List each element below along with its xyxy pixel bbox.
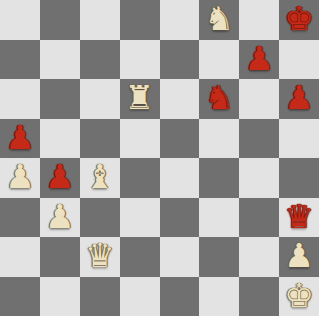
square-g2[interactable]	[239, 237, 279, 277]
square-g5[interactable]	[239, 119, 279, 159]
square-a3[interactable]	[0, 198, 40, 238]
square-d8[interactable]	[120, 0, 160, 40]
square-a7[interactable]	[0, 40, 40, 80]
square-e8[interactable]	[160, 0, 200, 40]
square-f5[interactable]	[199, 119, 239, 159]
square-c5[interactable]	[80, 119, 120, 159]
square-b3[interactable]: ♟	[40, 198, 80, 238]
square-g1[interactable]	[239, 277, 279, 316]
square-b1[interactable]	[40, 277, 80, 316]
square-e5[interactable]	[160, 119, 200, 159]
chess-board: ♞♚♟♜♞♟♟♟♟♝♟♛♛♟♚	[0, 0, 319, 316]
square-c4[interactable]: ♝	[80, 158, 120, 198]
square-c2[interactable]: ♛	[80, 237, 120, 277]
square-c3[interactable]	[80, 198, 120, 238]
square-c6[interactable]	[80, 79, 120, 119]
white-knight[interactable]: ♞	[205, 2, 235, 35]
red-king[interactable]: ♚	[284, 2, 314, 35]
chess-board-container: ♞♚♟♜♞♟♟♟♟♝♟♛♛♟♚	[0, 0, 319, 316]
square-a2[interactable]	[0, 237, 40, 277]
square-e6[interactable]	[160, 79, 200, 119]
square-f3[interactable]	[199, 198, 239, 238]
square-d1[interactable]	[120, 277, 160, 316]
white-king[interactable]: ♚	[284, 279, 314, 312]
square-h1[interactable]: ♚	[279, 277, 319, 316]
square-d6[interactable]: ♜	[120, 79, 160, 119]
red-pawn[interactable]: ♟	[45, 160, 75, 193]
square-g3[interactable]	[239, 198, 279, 238]
square-d2[interactable]	[120, 237, 160, 277]
square-h5[interactable]	[279, 119, 319, 159]
square-g6[interactable]	[239, 79, 279, 119]
white-pawn[interactable]: ♟	[45, 200, 75, 233]
square-a4[interactable]: ♟	[0, 158, 40, 198]
square-h2[interactable]: ♟	[279, 237, 319, 277]
square-f2[interactable]	[199, 237, 239, 277]
square-e7[interactable]	[160, 40, 200, 80]
red-pawn[interactable]: ♟	[284, 81, 314, 114]
square-b5[interactable]	[40, 119, 80, 159]
square-a8[interactable]	[0, 0, 40, 40]
red-pawn[interactable]: ♟	[5, 121, 35, 154]
white-queen[interactable]: ♛	[85, 239, 115, 272]
square-b8[interactable]	[40, 0, 80, 40]
red-queen[interactable]: ♛	[284, 200, 314, 233]
square-c7[interactable]	[80, 40, 120, 80]
square-d4[interactable]	[120, 158, 160, 198]
square-f1[interactable]	[199, 277, 239, 316]
square-b2[interactable]	[40, 237, 80, 277]
square-f7[interactable]	[199, 40, 239, 80]
square-d7[interactable]	[120, 40, 160, 80]
square-e2[interactable]	[160, 237, 200, 277]
red-pawn[interactable]: ♟	[244, 42, 274, 75]
square-h3[interactable]: ♛	[279, 198, 319, 238]
white-bishop[interactable]: ♝	[85, 160, 115, 193]
white-rook[interactable]: ♜	[125, 81, 155, 114]
square-b6[interactable]	[40, 79, 80, 119]
square-f8[interactable]: ♞	[199, 0, 239, 40]
square-h7[interactable]	[279, 40, 319, 80]
square-f6[interactable]: ♞	[199, 79, 239, 119]
white-pawn[interactable]: ♟	[284, 239, 314, 272]
square-g7[interactable]: ♟	[239, 40, 279, 80]
square-g8[interactable]	[239, 0, 279, 40]
square-e1[interactable]	[160, 277, 200, 316]
square-e3[interactable]	[160, 198, 200, 238]
square-g4[interactable]	[239, 158, 279, 198]
square-b4[interactable]: ♟	[40, 158, 80, 198]
square-c8[interactable]	[80, 0, 120, 40]
square-b7[interactable]	[40, 40, 80, 80]
square-h6[interactable]: ♟	[279, 79, 319, 119]
square-e4[interactable]	[160, 158, 200, 198]
square-h8[interactable]: ♚	[279, 0, 319, 40]
square-a1[interactable]	[0, 277, 40, 316]
square-d5[interactable]	[120, 119, 160, 159]
square-d3[interactable]	[120, 198, 160, 238]
square-f4[interactable]	[199, 158, 239, 198]
white-pawn[interactable]: ♟	[5, 160, 35, 193]
square-c1[interactable]	[80, 277, 120, 316]
red-knight[interactable]: ♞	[205, 81, 235, 114]
square-a6[interactable]	[0, 79, 40, 119]
square-a5[interactable]: ♟	[0, 119, 40, 159]
square-h4[interactable]	[279, 158, 319, 198]
